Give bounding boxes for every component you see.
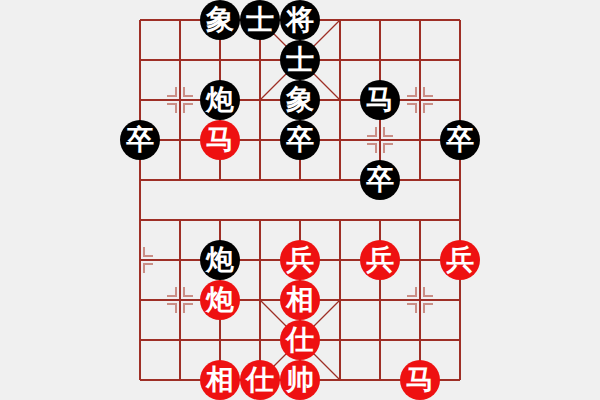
piece-black-cannon[interactable]: 炮 [200,80,240,120]
piece-black-general[interactable]: 将 [280,0,320,40]
piece-red-advisor[interactable]: 仕 [240,360,280,400]
piece-black-advisor[interactable]: 士 [240,0,280,40]
piece-red-horse[interactable]: 马 [200,120,240,160]
piece-red-advisor[interactable]: 仕 [280,320,320,360]
piece-red-cannon[interactable]: 炮 [200,280,240,320]
piece-red-elephant[interactable]: 相 [200,360,240,400]
piece-red-soldier[interactable]: 兵 [280,240,320,280]
xiangqi-board: 象士将士炮象马卒马卒卒卒炮兵兵兵炮相仕相仕帅马 [0,0,600,400]
piece-black-soldier[interactable]: 卒 [360,160,400,200]
piece-red-soldier[interactable]: 兵 [440,240,480,280]
piece-black-soldier[interactable]: 卒 [440,120,480,160]
piece-black-elephant[interactable]: 象 [280,80,320,120]
piece-black-advisor[interactable]: 士 [280,40,320,80]
piece-red-general[interactable]: 帅 [280,360,320,400]
piece-black-soldier[interactable]: 卒 [280,120,320,160]
piece-black-soldier[interactable]: 卒 [120,120,160,160]
pieces-layer: 象士将士炮象马卒马卒卒卒炮兵兵兵炮相仕相仕帅马 [0,0,600,400]
piece-red-horse[interactable]: 马 [400,360,440,400]
piece-black-horse[interactable]: 马 [360,80,400,120]
piece-black-elephant[interactable]: 象 [200,0,240,40]
piece-black-cannon[interactable]: 炮 [200,240,240,280]
piece-red-elephant[interactable]: 相 [280,280,320,320]
piece-red-soldier[interactable]: 兵 [360,240,400,280]
